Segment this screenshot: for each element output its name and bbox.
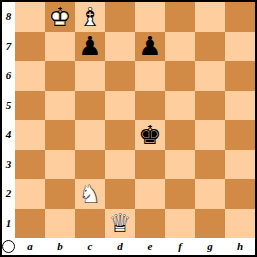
square-e3[interactable]: [135, 150, 165, 180]
square-a3[interactable]: [15, 150, 45, 180]
square-b3[interactable]: [45, 150, 75, 180]
white-queen: ♛♕: [108, 210, 131, 236]
square-c4[interactable]: [75, 120, 105, 150]
white-king-glyph: ♔: [48, 2, 71, 32]
square-h5[interactable]: [225, 91, 255, 121]
square-g3[interactable]: [195, 150, 225, 180]
square-e2[interactable]: [135, 179, 165, 209]
square-f3[interactable]: [165, 150, 195, 180]
square-c5[interactable]: [75, 91, 105, 121]
square-b1[interactable]: [45, 209, 75, 239]
square-b7[interactable]: [45, 32, 75, 62]
square-h1[interactable]: [225, 209, 255, 239]
rank-label-7: 7: [2, 32, 15, 62]
square-a5[interactable]: [15, 91, 45, 121]
square-g8[interactable]: [195, 2, 225, 32]
square-e1[interactable]: [135, 209, 165, 239]
square-f7[interactable]: [165, 32, 195, 62]
square-g1[interactable]: [195, 209, 225, 239]
square-f1[interactable]: [165, 209, 195, 239]
square-h8[interactable]: [225, 2, 255, 32]
square-f6[interactable]: [165, 61, 195, 91]
square-d5[interactable]: [105, 91, 135, 121]
square-a6[interactable]: [15, 61, 45, 91]
black-pawn: ♟: [78, 33, 101, 59]
file-label-c: c: [75, 238, 105, 255]
rank-label-6: 6: [2, 61, 15, 91]
square-d3[interactable]: [105, 150, 135, 180]
square-b6[interactable]: [45, 61, 75, 91]
square-c1[interactable]: [75, 209, 105, 239]
square-g7[interactable]: [195, 32, 225, 62]
white-queen-glyph: ♕: [108, 209, 131, 239]
square-f2[interactable]: [165, 179, 195, 209]
square-c6[interactable]: [75, 61, 105, 91]
square-b4[interactable]: [45, 120, 75, 150]
rank-label-8: 8: [2, 2, 15, 32]
white-bishop-glyph: ♗: [78, 2, 101, 32]
square-c8[interactable]: ♝♗: [75, 2, 105, 32]
white-king: ♚♔: [48, 4, 71, 30]
square-f5[interactable]: [165, 91, 195, 121]
white-to-move-indicator-icon: [2, 240, 15, 253]
rank-label-5: 5: [2, 91, 15, 121]
square-h3[interactable]: [225, 150, 255, 180]
chess-diagram: 8♚♔♝♗7♟♟654♚32♞♘1♛♕abcdefgh: [0, 0, 257, 257]
square-e6[interactable]: [135, 61, 165, 91]
rank-label-4: 4: [2, 120, 15, 150]
square-e7[interactable]: ♟: [135, 32, 165, 62]
square-d1[interactable]: ♛♕: [105, 209, 135, 239]
square-h7[interactable]: [225, 32, 255, 62]
black-pawn-glyph: ♟: [138, 32, 161, 62]
black-king-glyph: ♚: [138, 120, 161, 150]
file-label-e: e: [135, 238, 165, 255]
square-g5[interactable]: [195, 91, 225, 121]
square-g2[interactable]: [195, 179, 225, 209]
file-label-h: h: [225, 238, 255, 255]
square-b5[interactable]: [45, 91, 75, 121]
chess-board: 8♚♔♝♗7♟♟654♚32♞♘1♛♕abcdefgh: [2, 2, 255, 255]
side-to-move-corner: [2, 238, 15, 255]
square-d4[interactable]: [105, 120, 135, 150]
square-c3[interactable]: [75, 150, 105, 180]
file-label-d: d: [105, 238, 135, 255]
square-d6[interactable]: [105, 61, 135, 91]
square-a2[interactable]: [15, 179, 45, 209]
square-b8[interactable]: ♚♔: [45, 2, 75, 32]
square-h6[interactable]: [225, 61, 255, 91]
square-a8[interactable]: [15, 2, 45, 32]
white-bishop: ♝♗: [78, 4, 101, 30]
square-g4[interactable]: [195, 120, 225, 150]
square-d2[interactable]: [105, 179, 135, 209]
black-king: ♚: [138, 122, 161, 148]
file-label-b: b: [45, 238, 75, 255]
square-d8[interactable]: [105, 2, 135, 32]
file-label-g: g: [195, 238, 225, 255]
square-b2[interactable]: [45, 179, 75, 209]
square-a1[interactable]: [15, 209, 45, 239]
rank-label-1: 1: [2, 209, 15, 239]
file-label-f: f: [165, 238, 195, 255]
rank-label-3: 3: [2, 150, 15, 180]
square-f4[interactable]: [165, 120, 195, 150]
rank-label-2: 2: [2, 179, 15, 209]
square-c2[interactable]: ♞♘: [75, 179, 105, 209]
square-c7[interactable]: ♟: [75, 32, 105, 62]
black-pawn: ♟: [138, 33, 161, 59]
square-a7[interactable]: [15, 32, 45, 62]
square-d7[interactable]: [105, 32, 135, 62]
square-h4[interactable]: [225, 120, 255, 150]
square-a4[interactable]: [15, 120, 45, 150]
square-e5[interactable]: [135, 91, 165, 121]
white-knight-glyph: ♘: [78, 179, 101, 209]
square-h2[interactable]: [225, 179, 255, 209]
file-label-a: a: [15, 238, 45, 255]
square-e8[interactable]: [135, 2, 165, 32]
square-e4[interactable]: ♚: [135, 120, 165, 150]
black-pawn-glyph: ♟: [78, 32, 101, 62]
square-g6[interactable]: [195, 61, 225, 91]
white-knight: ♞♘: [78, 181, 101, 207]
square-f8[interactable]: [165, 2, 195, 32]
